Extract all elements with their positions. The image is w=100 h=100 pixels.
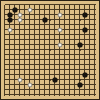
white-stone[interactable] xyxy=(17,17,22,22)
star-point xyxy=(49,19,51,21)
grid-line-horizontal xyxy=(5,64,96,65)
grid-line-horizontal xyxy=(5,34,96,35)
star-point xyxy=(79,79,81,81)
grid-line-vertical xyxy=(74,5,75,96)
goban[interactable] xyxy=(1,1,99,99)
grid-line-vertical xyxy=(59,5,60,96)
grid-line-vertical xyxy=(24,5,25,96)
black-stone[interactable] xyxy=(82,72,87,77)
white-stone[interactable] xyxy=(57,12,62,17)
go-board-screenshot xyxy=(0,0,100,100)
white-stone[interactable] xyxy=(57,27,62,32)
star-point xyxy=(79,19,81,21)
black-stone[interactable] xyxy=(82,12,87,17)
star-point xyxy=(49,79,51,81)
grid-line-vertical xyxy=(34,5,35,96)
grid-line-horizontal xyxy=(5,44,96,45)
black-stone[interactable] xyxy=(77,42,82,47)
grid-line-vertical xyxy=(39,5,40,96)
grid-line-horizontal xyxy=(5,54,96,55)
grid-line-horizontal xyxy=(5,94,96,95)
grid-line-horizontal xyxy=(5,69,96,70)
grid-line-vertical xyxy=(89,5,90,96)
grid-line-horizontal xyxy=(5,24,96,25)
black-stone[interactable] xyxy=(77,82,82,87)
white-stone[interactable] xyxy=(7,27,12,32)
grid-line-horizontal xyxy=(5,59,96,60)
white-stone[interactable] xyxy=(27,7,32,12)
grid-line-horizontal xyxy=(5,89,96,90)
grid-line-vertical xyxy=(64,5,65,96)
white-stone[interactable] xyxy=(27,82,32,87)
grid-line-vertical xyxy=(94,5,95,96)
grid-line-vertical xyxy=(69,5,70,96)
black-stone[interactable] xyxy=(42,17,47,22)
grid-line-vertical xyxy=(84,5,85,96)
grid-line-horizontal xyxy=(5,39,96,40)
black-stone[interactable] xyxy=(7,17,12,22)
black-stone[interactable] xyxy=(52,77,57,82)
star-point xyxy=(49,49,51,51)
black-stone[interactable] xyxy=(82,27,87,32)
white-stone[interactable] xyxy=(57,42,62,47)
star-point xyxy=(79,49,81,51)
star-point xyxy=(19,49,21,51)
grid-line-horizontal xyxy=(5,84,96,85)
grid-line-vertical xyxy=(54,5,55,96)
white-stone[interactable] xyxy=(17,77,22,82)
black-stone[interactable] xyxy=(12,7,17,12)
